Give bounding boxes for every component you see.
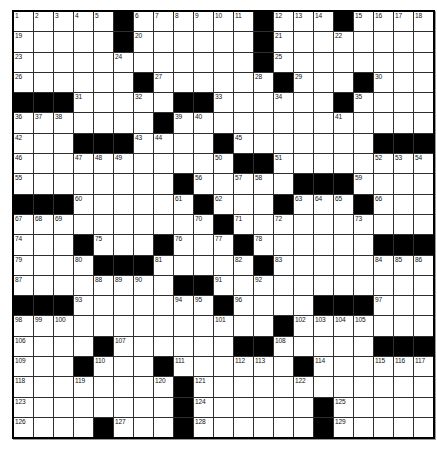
cell-r19c2[interactable] bbox=[34, 377, 53, 396]
cell-r4c3[interactable] bbox=[54, 73, 73, 92]
cell-r15c13[interactable] bbox=[254, 296, 273, 315]
cell-r10c5[interactable] bbox=[94, 195, 113, 214]
cell-r17c1[interactable]: 106 bbox=[14, 337, 33, 356]
cell-r1c8[interactable]: 7 bbox=[154, 12, 173, 31]
cell-r17c9[interactable] bbox=[174, 337, 193, 356]
cell-r13c20[interactable]: 85 bbox=[394, 256, 413, 275]
cell-r12c2[interactable] bbox=[34, 235, 53, 254]
cell-r21c20[interactable] bbox=[394, 418, 413, 437]
cell-r2c7[interactable]: 20 bbox=[134, 32, 153, 51]
cell-r8c10[interactable] bbox=[194, 154, 213, 173]
cell-r20c15[interactable] bbox=[294, 398, 313, 417]
cell-r13c9[interactable] bbox=[174, 256, 193, 275]
cell-r19c5[interactable] bbox=[94, 377, 113, 396]
cell-r1c10[interactable]: 9 bbox=[194, 12, 213, 31]
cell-r3c17[interactable] bbox=[334, 53, 353, 72]
cell-r8c8[interactable] bbox=[154, 154, 173, 173]
cell-r5c14[interactable]: 34 bbox=[274, 93, 293, 112]
cell-r18c1[interactable]: 109 bbox=[14, 357, 33, 376]
cell-r2c19[interactable] bbox=[374, 32, 393, 51]
cell-r12c3[interactable] bbox=[54, 235, 73, 254]
cell-r1c11[interactable]: 10 bbox=[214, 12, 233, 31]
cell-r16c2[interactable]: 99 bbox=[34, 316, 53, 335]
cell-r14c13[interactable]: 92 bbox=[254, 276, 273, 295]
cell-r15c6[interactable] bbox=[114, 296, 133, 315]
cell-r8c4[interactable]: 47 bbox=[74, 154, 93, 173]
cell-r4c9[interactable] bbox=[174, 73, 193, 92]
cell-r18c21[interactable]: 117 bbox=[414, 357, 433, 376]
cell-r15c4[interactable]: 93 bbox=[74, 296, 93, 315]
cell-r10c19[interactable]: 66 bbox=[374, 195, 393, 214]
cell-r19c3[interactable] bbox=[54, 377, 73, 396]
cell-r3c2[interactable] bbox=[34, 53, 53, 72]
cell-r8c9[interactable] bbox=[174, 154, 193, 173]
cell-r2c5[interactable] bbox=[94, 32, 113, 51]
cell-r19c6[interactable] bbox=[114, 377, 133, 396]
cell-r21c1[interactable]: 126 bbox=[14, 418, 33, 437]
cell-r2c16[interactable] bbox=[314, 32, 333, 51]
cell-r18c13[interactable]: 113 bbox=[254, 357, 273, 376]
cell-r9c6[interactable] bbox=[114, 174, 133, 193]
cell-r15c15[interactable] bbox=[294, 296, 313, 315]
cell-r10c6[interactable] bbox=[114, 195, 133, 214]
cell-r20c3[interactable] bbox=[54, 398, 73, 417]
cell-r3c20[interactable] bbox=[394, 53, 413, 72]
cell-r11c2[interactable]: 68 bbox=[34, 215, 53, 234]
cell-r1c3[interactable]: 3 bbox=[54, 12, 73, 31]
cell-r20c4[interactable] bbox=[74, 398, 93, 417]
cell-r10c16[interactable]: 64 bbox=[314, 195, 333, 214]
cell-r1c12[interactable]: 11 bbox=[234, 12, 253, 31]
cell-r2c8[interactable] bbox=[154, 32, 173, 51]
cell-r11c3[interactable]: 69 bbox=[54, 215, 73, 234]
cell-r13c4[interactable]: 80 bbox=[74, 256, 93, 275]
cell-r4c17[interactable] bbox=[334, 73, 353, 92]
cell-r11c17[interactable] bbox=[334, 215, 353, 234]
cell-r18c5[interactable]: 110 bbox=[94, 357, 113, 376]
cell-r19c11[interactable] bbox=[214, 377, 233, 396]
cell-r11c13[interactable] bbox=[254, 215, 273, 234]
cell-r16c8[interactable] bbox=[154, 316, 173, 335]
cell-r2c9[interactable] bbox=[174, 32, 193, 51]
cell-r16c6[interactable] bbox=[114, 316, 133, 335]
cell-r21c19[interactable] bbox=[374, 418, 393, 437]
cell-r13c14[interactable]: 83 bbox=[274, 256, 293, 275]
cell-r9c13[interactable]: 58 bbox=[254, 174, 273, 193]
cell-r11c5[interactable] bbox=[94, 215, 113, 234]
cell-r13c17[interactable] bbox=[334, 256, 353, 275]
cell-r13c12[interactable]: 82 bbox=[234, 256, 253, 275]
cell-r21c7[interactable] bbox=[134, 418, 153, 437]
cell-r13c8[interactable]: 81 bbox=[154, 256, 173, 275]
cell-r21c18[interactable] bbox=[354, 418, 373, 437]
cell-r14c6[interactable]: 89 bbox=[114, 276, 133, 295]
cell-r9c19[interactable] bbox=[374, 174, 393, 193]
cell-r5c16[interactable] bbox=[314, 93, 333, 112]
cell-r12c10[interactable] bbox=[194, 235, 213, 254]
cell-r21c14[interactable] bbox=[274, 418, 293, 437]
cell-r18c9[interactable]: 111 bbox=[174, 357, 193, 376]
cell-r5c21[interactable] bbox=[414, 93, 433, 112]
cell-r3c11[interactable] bbox=[214, 53, 233, 72]
cell-r8c17[interactable] bbox=[334, 154, 353, 173]
cell-r13c15[interactable] bbox=[294, 256, 313, 275]
cell-r11c6[interactable] bbox=[114, 215, 133, 234]
cell-r12c17[interactable] bbox=[334, 235, 353, 254]
cell-r6c7[interactable] bbox=[134, 113, 153, 132]
cell-r13c19[interactable]: 84 bbox=[374, 256, 393, 275]
cell-r2c14[interactable]: 21 bbox=[274, 32, 293, 51]
cell-r17c6[interactable]: 107 bbox=[114, 337, 133, 356]
cell-r16c9[interactable] bbox=[174, 316, 193, 335]
cell-r2c18[interactable] bbox=[354, 32, 373, 51]
cell-r1c15[interactable]: 13 bbox=[294, 12, 313, 31]
cell-r21c17[interactable]: 129 bbox=[334, 418, 353, 437]
cell-r1c16[interactable]: 14 bbox=[314, 12, 333, 31]
cell-r8c14[interactable]: 51 bbox=[274, 154, 293, 173]
cell-r20c13[interactable] bbox=[254, 398, 273, 417]
cell-r10c13[interactable] bbox=[254, 195, 273, 214]
cell-r13c3[interactable] bbox=[54, 256, 73, 275]
cell-r2c11[interactable] bbox=[214, 32, 233, 51]
cell-r3c4[interactable] bbox=[74, 53, 93, 72]
cell-r9c10[interactable]: 56 bbox=[194, 174, 213, 193]
cell-r11c1[interactable]: 67 bbox=[14, 215, 33, 234]
cell-r20c14[interactable] bbox=[274, 398, 293, 417]
cell-r2c3[interactable] bbox=[54, 32, 73, 51]
cell-r15c21[interactable] bbox=[414, 296, 433, 315]
cell-r5c7[interactable]: 32 bbox=[134, 93, 153, 112]
cell-r20c18[interactable] bbox=[354, 398, 373, 417]
cell-r7c13[interactable] bbox=[254, 134, 273, 153]
cell-r18c12[interactable]: 112 bbox=[234, 357, 253, 376]
cell-r4c20[interactable] bbox=[394, 73, 413, 92]
cell-r6c18[interactable] bbox=[354, 113, 373, 132]
cell-r9c14[interactable] bbox=[274, 174, 293, 193]
cell-r4c21[interactable] bbox=[414, 73, 433, 92]
cell-r4c10[interactable] bbox=[194, 73, 213, 92]
cell-r15c9[interactable]: 94 bbox=[174, 296, 193, 315]
cell-r8c5[interactable]: 48 bbox=[94, 154, 113, 173]
cell-r14c19[interactable] bbox=[374, 276, 393, 295]
cell-r16c7[interactable] bbox=[134, 316, 153, 335]
cell-r18c17[interactable] bbox=[334, 357, 353, 376]
cell-r16c5[interactable] bbox=[94, 316, 113, 335]
cell-r7c14[interactable] bbox=[274, 134, 293, 153]
cell-r12c7[interactable] bbox=[134, 235, 153, 254]
cell-r16c12[interactable] bbox=[234, 316, 253, 335]
cell-r1c19[interactable]: 16 bbox=[374, 12, 393, 31]
cell-r8c18[interactable] bbox=[354, 154, 373, 173]
cell-r17c17[interactable] bbox=[334, 337, 353, 356]
cell-r6c10[interactable]: 40 bbox=[194, 113, 213, 132]
cell-r20c1[interactable]: 123 bbox=[14, 398, 33, 417]
cell-r6c1[interactable]: 36 bbox=[14, 113, 33, 132]
cell-r3c18[interactable] bbox=[354, 53, 373, 72]
cell-r20c8[interactable] bbox=[154, 398, 173, 417]
cell-r11c10[interactable]: 70 bbox=[194, 215, 213, 234]
cell-r10c17[interactable]: 65 bbox=[334, 195, 353, 214]
cell-r14c11[interactable]: 91 bbox=[214, 276, 233, 295]
cell-r4c1[interactable]: 26 bbox=[14, 73, 33, 92]
cell-r8c16[interactable] bbox=[314, 154, 333, 173]
cell-r6c13[interactable] bbox=[254, 113, 273, 132]
cell-r6c6[interactable] bbox=[114, 113, 133, 132]
cell-r20c7[interactable] bbox=[134, 398, 153, 417]
cell-r21c3[interactable] bbox=[54, 418, 73, 437]
cell-r20c21[interactable] bbox=[414, 398, 433, 417]
cell-r6c15[interactable] bbox=[294, 113, 313, 132]
cell-r4c19[interactable]: 30 bbox=[374, 73, 393, 92]
cell-r16c3[interactable]: 100 bbox=[54, 316, 73, 335]
cell-r15c5[interactable] bbox=[94, 296, 113, 315]
cell-r3c10[interactable] bbox=[194, 53, 213, 72]
cell-r6c9[interactable]: 39 bbox=[174, 113, 193, 132]
cell-r16c18[interactable]: 105 bbox=[354, 316, 373, 335]
cell-r3c9[interactable] bbox=[174, 53, 193, 72]
cell-r6c2[interactable]: 37 bbox=[34, 113, 53, 132]
cell-r1c4[interactable]: 4 bbox=[74, 12, 93, 31]
cell-r16c15[interactable]: 102 bbox=[294, 316, 313, 335]
cell-r7c10[interactable] bbox=[194, 134, 213, 153]
cell-r7c12[interactable]: 45 bbox=[234, 134, 253, 153]
cell-r3c19[interactable] bbox=[374, 53, 393, 72]
cell-r3c8[interactable] bbox=[154, 53, 173, 72]
cell-r21c6[interactable]: 127 bbox=[114, 418, 133, 437]
cell-r13c11[interactable] bbox=[214, 256, 233, 275]
cell-r12c16[interactable] bbox=[314, 235, 333, 254]
cell-r3c3[interactable] bbox=[54, 53, 73, 72]
cell-r11c12[interactable]: 71 bbox=[234, 215, 253, 234]
cell-r20c2[interactable] bbox=[34, 398, 53, 417]
cell-r10c11[interactable]: 62 bbox=[214, 195, 233, 214]
cell-r20c11[interactable] bbox=[214, 398, 233, 417]
cell-r14c4[interactable] bbox=[74, 276, 93, 295]
cell-r2c17[interactable]: 22 bbox=[334, 32, 353, 51]
cell-r10c15[interactable]: 63 bbox=[294, 195, 313, 214]
cell-r8c6[interactable]: 49 bbox=[114, 154, 133, 173]
cell-r6c5[interactable] bbox=[94, 113, 113, 132]
cell-r15c12[interactable]: 96 bbox=[234, 296, 253, 315]
cell-r13c2[interactable] bbox=[34, 256, 53, 275]
cell-r4c13[interactable]: 28 bbox=[254, 73, 273, 92]
cell-r21c10[interactable]: 128 bbox=[194, 418, 213, 437]
cell-r3c1[interactable]: 23 bbox=[14, 53, 33, 72]
cell-r4c5[interactable] bbox=[94, 73, 113, 92]
cell-r17c18[interactable] bbox=[354, 337, 373, 356]
cell-r18c19[interactable]: 115 bbox=[374, 357, 393, 376]
cell-r4c8[interactable]: 27 bbox=[154, 73, 173, 92]
cell-r1c9[interactable]: 8 bbox=[174, 12, 193, 31]
cell-r8c20[interactable]: 53 bbox=[394, 154, 413, 173]
cell-r11c18[interactable]: 73 bbox=[354, 215, 373, 234]
cell-r5c5[interactable] bbox=[94, 93, 113, 112]
cell-r2c2[interactable] bbox=[34, 32, 53, 51]
cell-r18c20[interactable]: 116 bbox=[394, 357, 413, 376]
cell-r12c18[interactable] bbox=[354, 235, 373, 254]
cell-r6c19[interactable] bbox=[374, 113, 393, 132]
cell-r7c15[interactable] bbox=[294, 134, 313, 153]
cell-r6c17[interactable]: 41 bbox=[334, 113, 353, 132]
cell-r2c1[interactable]: 19 bbox=[14, 32, 33, 51]
cell-r18c11[interactable] bbox=[214, 357, 233, 376]
cell-r19c7[interactable] bbox=[134, 377, 153, 396]
cell-r10c4[interactable]: 60 bbox=[74, 195, 93, 214]
cell-r17c14[interactable]: 108 bbox=[274, 337, 293, 356]
cell-r5c8[interactable] bbox=[154, 93, 173, 112]
cell-r6c4[interactable] bbox=[74, 113, 93, 132]
cell-r19c14[interactable] bbox=[274, 377, 293, 396]
cell-r19c12[interactable] bbox=[234, 377, 253, 396]
cell-r21c11[interactable] bbox=[214, 418, 233, 437]
cell-r12c1[interactable]: 74 bbox=[14, 235, 33, 254]
cell-r7c1[interactable]: 42 bbox=[14, 134, 33, 153]
cell-r9c21[interactable] bbox=[414, 174, 433, 193]
cell-r14c15[interactable] bbox=[294, 276, 313, 295]
cell-r1c7[interactable]: 6 bbox=[134, 12, 153, 31]
cell-r3c14[interactable]: 25 bbox=[274, 53, 293, 72]
cell-r13c1[interactable]: 79 bbox=[14, 256, 33, 275]
cell-r19c16[interactable] bbox=[314, 377, 333, 396]
cell-r14c16[interactable] bbox=[314, 276, 333, 295]
cell-r14c2[interactable] bbox=[34, 276, 53, 295]
cell-r20c10[interactable]: 124 bbox=[194, 398, 213, 417]
cell-r13c21[interactable]: 86 bbox=[414, 256, 433, 275]
cell-r11c15[interactable] bbox=[294, 215, 313, 234]
cell-r10c7[interactable] bbox=[134, 195, 153, 214]
cell-r15c14[interactable] bbox=[274, 296, 293, 315]
cell-r7c17[interactable] bbox=[334, 134, 353, 153]
cell-r11c7[interactable] bbox=[134, 215, 153, 234]
cell-r15c7[interactable] bbox=[134, 296, 153, 315]
cell-r11c21[interactable] bbox=[414, 215, 433, 234]
cell-r17c15[interactable] bbox=[294, 337, 313, 356]
cell-r9c4[interactable] bbox=[74, 174, 93, 193]
cell-r4c15[interactable]: 29 bbox=[294, 73, 313, 92]
cell-r6c14[interactable] bbox=[274, 113, 293, 132]
cell-r8c11[interactable]: 50 bbox=[214, 154, 233, 173]
cell-r4c4[interactable] bbox=[74, 73, 93, 92]
cell-r9c11[interactable] bbox=[214, 174, 233, 193]
cell-r8c3[interactable] bbox=[54, 154, 73, 173]
cell-r2c20[interactable] bbox=[394, 32, 413, 51]
cell-r10c12[interactable] bbox=[234, 195, 253, 214]
cell-r19c21[interactable] bbox=[414, 377, 433, 396]
cell-r1c14[interactable]: 12 bbox=[274, 12, 293, 31]
cell-r6c11[interactable] bbox=[214, 113, 233, 132]
cell-r17c4[interactable] bbox=[74, 337, 93, 356]
cell-r17c2[interactable] bbox=[34, 337, 53, 356]
cell-r16c20[interactable] bbox=[394, 316, 413, 335]
cell-r13c16[interactable] bbox=[314, 256, 333, 275]
cell-r9c7[interactable] bbox=[134, 174, 153, 193]
cell-r15c10[interactable]: 95 bbox=[194, 296, 213, 315]
cell-r18c18[interactable] bbox=[354, 357, 373, 376]
cell-r16c10[interactable] bbox=[194, 316, 213, 335]
cell-r16c21[interactable] bbox=[414, 316, 433, 335]
cell-r10c21[interactable] bbox=[414, 195, 433, 214]
cell-r6c3[interactable]: 38 bbox=[54, 113, 73, 132]
cell-r19c19[interactable] bbox=[374, 377, 393, 396]
cell-r10c20[interactable] bbox=[394, 195, 413, 214]
cell-r21c2[interactable] bbox=[34, 418, 53, 437]
cell-r18c10[interactable] bbox=[194, 357, 213, 376]
cell-r7c9[interactable] bbox=[174, 134, 193, 153]
cell-r6c20[interactable] bbox=[394, 113, 413, 132]
cell-r4c2[interactable] bbox=[34, 73, 53, 92]
cell-r12c9[interactable]: 76 bbox=[174, 235, 193, 254]
cell-r13c18[interactable] bbox=[354, 256, 373, 275]
cell-r17c3[interactable] bbox=[54, 337, 73, 356]
cell-r14c1[interactable]: 87 bbox=[14, 276, 33, 295]
cell-r18c2[interactable] bbox=[34, 357, 53, 376]
cell-r6c21[interactable] bbox=[414, 113, 433, 132]
cell-r9c18[interactable]: 59 bbox=[354, 174, 373, 193]
cell-r17c16[interactable] bbox=[314, 337, 333, 356]
cell-r16c1[interactable]: 98 bbox=[14, 316, 33, 335]
cell-r17c10[interactable] bbox=[194, 337, 213, 356]
cell-r20c12[interactable] bbox=[234, 398, 253, 417]
cell-r7c8[interactable]: 44 bbox=[154, 134, 173, 153]
cell-r14c20[interactable] bbox=[394, 276, 413, 295]
cell-r4c6[interactable] bbox=[114, 73, 133, 92]
cell-r2c4[interactable] bbox=[74, 32, 93, 51]
cell-r3c5[interactable] bbox=[94, 53, 113, 72]
cell-r19c20[interactable] bbox=[394, 377, 413, 396]
cell-r14c18[interactable] bbox=[354, 276, 373, 295]
cell-r21c15[interactable] bbox=[294, 418, 313, 437]
cell-r9c5[interactable] bbox=[94, 174, 113, 193]
cell-r6c12[interactable] bbox=[234, 113, 253, 132]
cell-r7c3[interactable] bbox=[54, 134, 73, 153]
cell-r5c19[interactable] bbox=[374, 93, 393, 112]
cell-r11c14[interactable]: 72 bbox=[274, 215, 293, 234]
cell-r11c20[interactable] bbox=[394, 215, 413, 234]
cell-r8c19[interactable]: 52 bbox=[374, 154, 393, 173]
cell-r7c18[interactable] bbox=[354, 134, 373, 153]
cell-r18c7[interactable] bbox=[134, 357, 153, 376]
cell-r16c11[interactable]: 101 bbox=[214, 316, 233, 335]
cell-r2c12[interactable] bbox=[234, 32, 253, 51]
cell-r2c21[interactable] bbox=[414, 32, 433, 51]
cell-r9c3[interactable] bbox=[54, 174, 73, 193]
cell-r16c13[interactable] bbox=[254, 316, 273, 335]
cell-r14c5[interactable]: 88 bbox=[94, 276, 113, 295]
cell-r3c7[interactable] bbox=[134, 53, 153, 72]
cell-r5c15[interactable] bbox=[294, 93, 313, 112]
cell-r11c4[interactable] bbox=[74, 215, 93, 234]
cell-r9c8[interactable] bbox=[154, 174, 173, 193]
cell-r15c19[interactable]: 97 bbox=[374, 296, 393, 315]
cell-r19c15[interactable]: 122 bbox=[294, 377, 313, 396]
cell-r14c12[interactable] bbox=[234, 276, 253, 295]
cell-r10c9[interactable]: 61 bbox=[174, 195, 193, 214]
cell-r5c13[interactable] bbox=[254, 93, 273, 112]
cell-r12c13[interactable]: 78 bbox=[254, 235, 273, 254]
cell-r12c15[interactable] bbox=[294, 235, 313, 254]
cell-r20c6[interactable] bbox=[114, 398, 133, 417]
cell-r18c6[interactable] bbox=[114, 357, 133, 376]
cell-r20c5[interactable] bbox=[94, 398, 113, 417]
cell-r14c14[interactable] bbox=[274, 276, 293, 295]
cell-r14c8[interactable] bbox=[154, 276, 173, 295]
cell-r14c3[interactable] bbox=[54, 276, 73, 295]
cell-r15c8[interactable] bbox=[154, 296, 173, 315]
cell-r1c5[interactable]: 5 bbox=[94, 12, 113, 31]
cell-r8c1[interactable]: 46 bbox=[14, 154, 33, 173]
cell-r18c16[interactable]: 114 bbox=[314, 357, 333, 376]
cell-r13c10[interactable] bbox=[194, 256, 213, 275]
